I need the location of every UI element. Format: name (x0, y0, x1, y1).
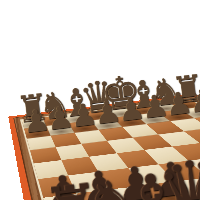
chess-set-photo: ♜♞♝♛♚♝♞♜♟♟♟♟♟♟♟♟♟♟♟♟♟♟♟♟♜♞♝♛♚♝♞♜ (0, 0, 200, 200)
scene: ♜♞♝♛♚♝♞♜♟♟♟♟♟♟♟♟♟♟♟♟♟♟♟♟♜♞♝♛♚♝♞♜ (0, 1, 200, 200)
chess-board: ♜♞♝♛♚♝♞♜♟♟♟♟♟♟♟♟♟♟♟♟♟♟♟♟♜♞♝♛♚♝♞♜ (8, 94, 200, 200)
perspective-wrapper: ♜♞♝♛♚♝♞♜♟♟♟♟♟♟♟♟♟♟♟♟♟♟♟♟♜♞♝♛♚♝♞♜ (0, 1, 200, 200)
